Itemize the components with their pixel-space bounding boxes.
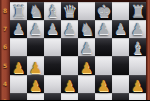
square-e7[interactable]: ♞ <box>78 20 95 38</box>
square-h6[interactable]: ♝ <box>129 38 146 56</box>
square-b4[interactable]: ♟ <box>27 75 44 93</box>
square-f4[interactable]: ♟ <box>95 75 112 93</box>
piece-white-pawn-a5[interactable]: ♟ <box>12 61 25 76</box>
square-f7[interactable]: ♟ <box>95 20 112 38</box>
square-g4[interactable] <box>112 75 129 93</box>
square-b7[interactable]: ♟ <box>27 20 44 38</box>
square-h7[interactable]: ♟ <box>129 20 146 38</box>
rank-label-7: 7 <box>0 26 10 32</box>
piece-black-pawn-f7[interactable]: ♟ <box>97 22 110 37</box>
piece-black-bishop-c8[interactable]: ♝ <box>45 3 60 20</box>
square-a4[interactable] <box>10 75 27 93</box>
piece-black-pawn-e6[interactable]: ♟ <box>80 41 93 56</box>
piece-white-pawn-b5[interactable]: ♟ <box>29 61 42 76</box>
square-c5[interactable] <box>44 56 61 74</box>
piece-black-pawn-d7[interactable]: ♟ <box>63 22 76 37</box>
square-b8[interactable]: ♞ <box>27 2 44 20</box>
piece-white-pawn-f4[interactable]: ♟ <box>97 79 110 94</box>
square-f8[interactable]: ♚ <box>95 2 112 20</box>
square-h4[interactable]: ♟ <box>129 75 146 93</box>
chess-app-window: ♜♞♝♛♚♜♟♟♟♟♞♟♟♟♟♝♟♟♟♟♟♟♟ 876543 <box>0 0 150 100</box>
square-c8[interactable]: ♝ <box>44 2 61 20</box>
piece-black-knight-e7[interactable]: ♞ <box>79 21 94 38</box>
board-frame-right <box>146 0 150 100</box>
rank-label-8: 8 <box>0 8 10 14</box>
square-d7[interactable]: ♟ <box>61 20 78 38</box>
piece-black-pawn-h7[interactable]: ♟ <box>131 22 144 37</box>
square-b5[interactable]: ♟ <box>27 56 44 74</box>
piece-black-rook-h8[interactable]: ♜ <box>130 3 145 20</box>
piece-black-queen-d8[interactable]: ♛ <box>62 3 77 20</box>
square-h8[interactable]: ♜ <box>129 2 146 20</box>
square-f6[interactable] <box>95 38 112 56</box>
square-c7[interactable]: ♟ <box>44 20 61 38</box>
board-frame-top <box>10 0 146 2</box>
square-g6[interactable] <box>112 38 129 56</box>
piece-black-bishop-h6[interactable]: ♝ <box>130 40 145 57</box>
square-g3[interactable] <box>112 93 129 100</box>
rank-label-4: 4 <box>0 81 10 87</box>
square-a3[interactable] <box>10 93 27 100</box>
piece-white-pawn-e5[interactable]: ♟ <box>80 61 93 76</box>
square-h5[interactable] <box>129 56 146 74</box>
square-a5[interactable]: ♟ <box>10 56 27 74</box>
square-f5[interactable] <box>95 56 112 74</box>
piece-black-pawn-a7[interactable]: ♟ <box>12 22 25 37</box>
square-a8[interactable]: ♜ <box>10 2 27 20</box>
square-e8[interactable] <box>78 2 95 20</box>
piece-black-knight-b8[interactable]: ♞ <box>28 3 43 20</box>
piece-white-pawn-h4[interactable]: ♟ <box>131 79 144 94</box>
piece-white-pawn-d4[interactable]: ♟ <box>63 79 76 94</box>
rank-label-5: 5 <box>0 63 10 69</box>
piece-black-pawn-b7[interactable]: ♟ <box>29 22 42 37</box>
square-d5[interactable] <box>61 56 78 74</box>
square-d4[interactable]: ♟ <box>61 75 78 93</box>
piece-white-pawn-b4[interactable]: ♟ <box>29 79 42 94</box>
square-c6[interactable] <box>44 38 61 56</box>
square-g7[interactable]: ♟ <box>112 20 129 38</box>
square-d6[interactable] <box>61 38 78 56</box>
square-c3[interactable] <box>44 93 61 100</box>
piece-black-pawn-c7[interactable]: ♟ <box>46 22 59 37</box>
piece-black-rook-a8[interactable]: ♜ <box>11 3 26 20</box>
square-b6[interactable] <box>27 38 44 56</box>
rank-label-6: 6 <box>0 44 10 50</box>
chess-board[interactable]: ♜♞♝♛♚♜♟♟♟♟♞♟♟♟♟♝♟♟♟♟♟♟♟ <box>10 2 146 101</box>
piece-black-pawn-g7[interactable]: ♟ <box>114 22 127 37</box>
square-d8[interactable]: ♛ <box>61 2 78 20</box>
square-e4[interactable] <box>78 75 95 93</box>
square-a6[interactable] <box>10 38 27 56</box>
square-a7[interactable]: ♟ <box>10 20 27 38</box>
square-e5[interactable]: ♟ <box>78 56 95 74</box>
square-g5[interactable] <box>112 56 129 74</box>
square-e3[interactable] <box>78 93 95 100</box>
piece-black-king-f8[interactable]: ♚ <box>96 3 111 20</box>
square-e6[interactable]: ♟ <box>78 38 95 56</box>
square-g8[interactable] <box>112 2 129 20</box>
square-c4[interactable] <box>44 75 61 93</box>
rank-label-3: 3 <box>0 99 10 100</box>
